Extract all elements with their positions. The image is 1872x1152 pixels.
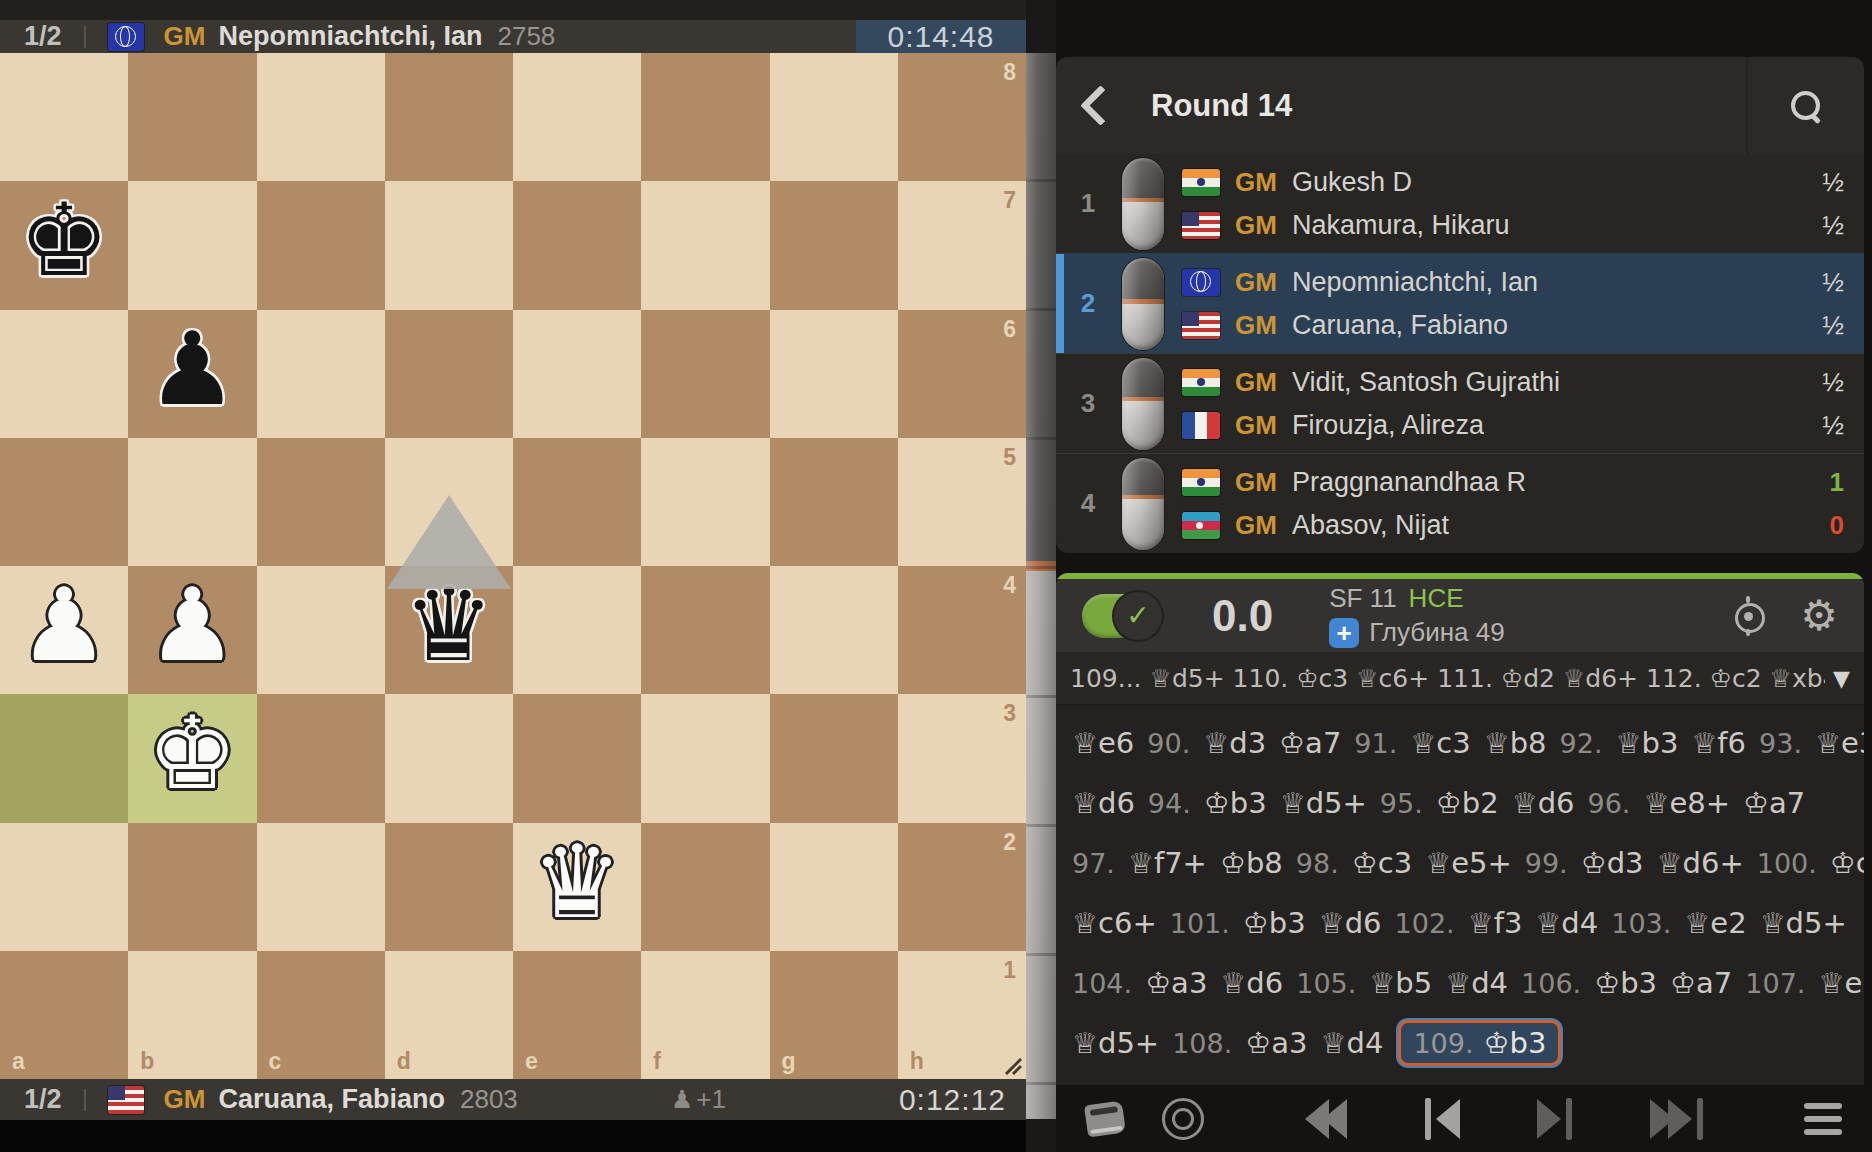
game-result: 0 <box>1830 504 1844 547</box>
move-number: 109. <box>1413 1028 1473 1059</box>
move-list: ♕e690.♕d3♔a791.♕c3♕b892.♕b3♕f693.♕e3♕d69… <box>1056 705 1864 1085</box>
player-title: GM <box>1235 167 1277 198</box>
game-row-1[interactable]: 1GMGukesh DGMNakamura, Hikaru½½ <box>1056 154 1864 253</box>
square-e5[interactable] <box>513 438 641 566</box>
move-san[interactable]: ♕d5+ <box>1760 906 1847 940</box>
chevron-down-icon[interactable]: ▼ <box>1833 666 1850 691</box>
move-san[interactable]: ♕d6 <box>1072 786 1135 820</box>
white-queen-e2[interactable]: ♛ <box>532 832 623 933</box>
move-number: 105. <box>1296 968 1356 999</box>
square-a4[interactable]: ♟ <box>0 566 128 694</box>
round-header: Round 14 <box>1056 57 1864 154</box>
bottom-player-rating: 2803 <box>460 1084 518 1115</box>
move-number: 108. <box>1172 1028 1232 1059</box>
move-san[interactable]: ♕e2 <box>1818 966 1864 1000</box>
move-number: 98. <box>1296 848 1339 879</box>
player-title: GM <box>1235 467 1277 498</box>
square-e3[interactable] <box>513 694 641 822</box>
square-e2[interactable]: ♛ <box>513 823 641 951</box>
evaluation-bar-track <box>1026 53 1056 1119</box>
square-c6[interactable] <box>257 310 385 438</box>
square-d1[interactable]: d <box>385 951 513 1079</box>
square-f5[interactable] <box>641 438 769 566</box>
rank-label-6: 6 <box>1003 316 1016 343</box>
move-number: 101. <box>1170 908 1230 939</box>
square-h3[interactable]: 3 <box>898 694 1026 822</box>
us-flag-icon <box>1182 312 1220 339</box>
square-e7[interactable] <box>513 181 641 309</box>
move-san[interactable]: ♔a7 <box>1743 786 1805 820</box>
file-label-a: a <box>12 1048 25 1075</box>
opening-book-icon[interactable] <box>1084 1100 1126 1137</box>
move-san[interactable]: ♕d4 <box>1535 906 1598 940</box>
square-a7[interactable]: ♚ <box>0 181 128 309</box>
top-player-score: 1/2 <box>24 21 62 52</box>
engine-line-text: 109... ♕d5+ 110. ♔c3 ♕c6+ 111. ♔d2 ♕d6+ … <box>1070 664 1825 693</box>
move-san[interactable]: ♔a7 <box>1670 966 1732 1000</box>
move-line-2: ♕d694.♔b3♕d5+95.♔b2♕d696.♕e8+♔a7 <box>1072 773 1848 833</box>
divider <box>84 1089 86 1111</box>
player-name: Vidit, Santosh Gujrathi <box>1292 367 1560 398</box>
move-line-3: 97.♕f7+♔b898.♔c3♕e5+99.♔d3♕d6+100.♔c4 <box>1072 833 1848 893</box>
black-queen-d4[interactable]: ♛ <box>404 576 495 677</box>
previous-move-button[interactable] <box>1425 1098 1460 1140</box>
bottom-player-clock: 0:12:12 <box>879 1079 1026 1120</box>
top-player-name: Nepomniachtchi, Ian <box>218 21 482 52</box>
square-a2[interactable] <box>0 823 128 951</box>
rank-label-7: 7 <box>1003 187 1016 214</box>
round-panel: Round 14 1GMGukesh DGMNakamura, Hikaru½½… <box>1056 57 1864 553</box>
move-number: 95. <box>1380 788 1423 819</box>
square-c4[interactable] <box>257 566 385 694</box>
move-line-4: ♕c6+101.♔b3♕d6102.♕f3♕d4103.♕e2♕d5+ <box>1072 893 1848 953</box>
move-san[interactable]: ♕d5+ <box>1072 1026 1159 1060</box>
square-f7[interactable] <box>641 181 769 309</box>
mini-eval-capsule <box>1122 158 1164 250</box>
bottom-toolbar <box>1056 1085 1872 1152</box>
move-san[interactable]: ♕d4 <box>1445 966 1508 1000</box>
square-g2[interactable] <box>770 823 898 951</box>
move-san[interactable]: ♕d6+ <box>1657 846 1744 880</box>
move-san[interactable]: ♕e3 <box>1815 726 1864 760</box>
broadcast-app: 1/2 GM Nepomniachtchi, Ian 2758 0:14:48 … <box>0 0 1872 1152</box>
square-f3[interactable] <box>641 694 769 822</box>
round-title: Round 14 <box>1151 88 1292 124</box>
top-player-rating: 2758 <box>497 21 555 52</box>
analysis-panel: ✓ 0.0 SF 11 HCE + Глубина 49 <box>1056 573 1864 1085</box>
engine-meta: SF 11 HCE + Глубина 49 <box>1329 583 1504 648</box>
bottom-player-score: 1/2 <box>24 1084 62 1115</box>
engine-name: SF 11 <box>1329 583 1396 614</box>
back-icon[interactable] <box>1080 85 1121 126</box>
chess-board[interactable]: 8♚7♟65♟♟♛4♚3♛2abcdefg1h <box>0 53 1026 1079</box>
square-h4[interactable]: 4 <box>898 566 1026 694</box>
game-player-line: GMPraggnanandhaa R <box>1182 461 1804 504</box>
engine-line-row[interactable]: 109... ♕d5+ 110. ♔c3 ♕c6+ 111. ♔d2 ♕d6+ … <box>1056 652 1864 705</box>
player-title: GM <box>1235 367 1277 398</box>
file-label-b: b <box>140 1048 154 1075</box>
board-column: 1/2 GM Nepomniachtchi, Ian 2758 0:14:48 … <box>0 0 1026 1152</box>
game-player-line: GMCaruana, Fabiano <box>1182 304 1796 347</box>
top-margin-strip <box>0 0 1026 20</box>
square-c1[interactable]: c <box>257 951 385 1079</box>
square-d6[interactable] <box>385 310 513 438</box>
move-san[interactable]: ♕f6 <box>1691 726 1746 760</box>
bottom-player-bar: 1/2 GM Caruana, Fabiano 2803 ♟ +1 0:12:1… <box>0 1079 1026 1120</box>
move-san[interactable]: ♕e2 <box>1684 906 1746 940</box>
move-san[interactable]: ♔d3 <box>1581 846 1644 880</box>
player-name: Abasov, Nijat <box>1292 510 1449 541</box>
square-g6[interactable] <box>770 310 898 438</box>
depth-plus-icon[interactable]: + <box>1329 618 1359 648</box>
move-san[interactable]: ♔a3 <box>1245 1026 1307 1060</box>
game-result: 1 <box>1830 461 1844 504</box>
player-name: Nepomniachtchi, Ian <box>1292 267 1538 298</box>
move-san[interactable]: ♕f7+ <box>1128 846 1207 880</box>
square-h8[interactable]: 8 <box>898 53 1026 181</box>
move-san[interactable]: ♕d5+ <box>1280 786 1367 820</box>
locate-icon[interactable] <box>1732 596 1766 636</box>
current-move[interactable]: 109.♔b3 <box>1398 1020 1561 1066</box>
square-h5[interactable]: 5 <box>898 438 1026 566</box>
menu-icon[interactable] <box>1804 1103 1842 1135</box>
square-b5[interactable] <box>128 438 256 566</box>
file-label-f: f <box>653 1048 661 1075</box>
rank-label-8: 8 <box>1003 59 1016 86</box>
file-label-e: e <box>525 1048 538 1075</box>
game-result: ½ <box>1822 261 1844 304</box>
move-san[interactable]: ♕d6 <box>1220 966 1283 1000</box>
move-san[interactable]: ♕d3 <box>1203 726 1266 760</box>
move-san[interactable]: ♕d6 <box>1319 906 1382 940</box>
game-result: ½ <box>1822 161 1844 204</box>
player-name: Praggnanandhaa R <box>1292 467 1526 498</box>
square-g4[interactable] <box>770 566 898 694</box>
square-c7[interactable] <box>257 181 385 309</box>
move-san[interactable]: ♔b3 <box>1204 786 1267 820</box>
focus-board-icon[interactable] <box>1162 1098 1204 1140</box>
white-pawn-b4[interactable]: ♟ <box>147 576 238 677</box>
us-flag-icon <box>108 1086 144 1114</box>
game-player-line: GMVidit, Santosh Gujrathi <box>1182 361 1796 404</box>
move-number: 100. <box>1757 848 1817 879</box>
engine-header: ✓ 0.0 SF 11 HCE + Глубина 49 <box>1056 573 1864 652</box>
player-title: GM <box>1235 310 1277 341</box>
game-result: ½ <box>1822 304 1844 347</box>
player-title: GM <box>1235 510 1277 541</box>
rank-label-3: 3 <box>1003 700 1016 727</box>
square-e6[interactable] <box>513 310 641 438</box>
file-label-c: c <box>269 1048 282 1075</box>
in-flag-icon <box>1182 369 1220 396</box>
pawn-icon: ♟ <box>671 1085 693 1114</box>
game-row-4[interactable]: 4GMPraggnanandhaa RGMAbasov, Nijat10 <box>1056 453 1864 553</box>
move-line-6: ♕d5+108.♔a3♕d4109.♔b3 <box>1072 1013 1848 1073</box>
move-san[interactable]: ♕d4 <box>1321 1026 1384 1060</box>
move-number: 91. <box>1354 728 1397 759</box>
move-line-5: 104.♔a3♕d6105.♕b5♕d4106.♔b3♔a7107.♕e2 <box>1072 953 1848 1013</box>
bottom-player-title: GM <box>164 1084 206 1115</box>
square-c5[interactable] <box>257 438 385 566</box>
move-san[interactable]: ♕b3 <box>1616 726 1679 760</box>
move-number: 103. <box>1611 908 1671 939</box>
move-san[interactable]: ♕c3 <box>1410 726 1470 760</box>
square-g1[interactable]: g <box>770 951 898 1079</box>
square-a3[interactable] <box>0 694 128 822</box>
game-number: 2 <box>1072 288 1104 319</box>
top-player-title: GM <box>164 21 206 52</box>
square-d2[interactable] <box>385 823 513 951</box>
move-number: 92. <box>1560 728 1603 759</box>
black-king-a7[interactable]: ♚ <box>19 191 110 292</box>
move-number: 106. <box>1521 968 1581 999</box>
move-san[interactable]: ♕f3 <box>1468 906 1523 940</box>
side-panel: Round 14 1GMGukesh DGMNakamura, Hikaru½½… <box>1056 0 1872 1152</box>
square-a1[interactable]: a <box>0 951 128 1079</box>
player-title: GM <box>1235 267 1277 298</box>
move-san[interactable]: ♕e8+ <box>1643 786 1730 820</box>
game-player-line: GMNakamura, Hikaru <box>1182 204 1796 247</box>
square-g3[interactable] <box>770 694 898 822</box>
engine-arrowhead-d5 <box>387 495 511 589</box>
file-label-d: d <box>397 1048 411 1075</box>
player-name: Gukesh D <box>1292 167 1412 198</box>
move-line-1: ♕e690.♕d3♔a791.♕c3♕b892.♕b3♕f693.♕e3 <box>1072 713 1848 773</box>
fr-flag-icon <box>1182 412 1220 439</box>
square-g8[interactable] <box>770 53 898 181</box>
player-title: GM <box>1235 210 1277 241</box>
game-row-3[interactable]: 3GMVidit, Santosh GujrathiGMFirouzja, Al… <box>1056 353 1864 453</box>
rank-label-5: 5 <box>1003 444 1016 471</box>
game-player-line: GMAbasov, Nijat <box>1182 504 1804 547</box>
file-label-h: h <box>910 1048 924 1075</box>
player-name: Nakamura, Hikaru <box>1292 210 1510 241</box>
white-pawn-a4[interactable]: ♟ <box>19 576 110 677</box>
game-player-line: GMFirouzja, Alireza <box>1182 404 1796 447</box>
move-san[interactable]: ♔a7 <box>1279 726 1341 760</box>
move-san[interactable]: ♔c3 <box>1352 846 1412 880</box>
search-icon <box>1791 91 1821 121</box>
engine-eval: 0.0 <box>1212 591 1273 641</box>
next-move-button[interactable] <box>1537 1098 1572 1140</box>
player-name: Firouzja, Alireza <box>1292 410 1484 441</box>
move-number: 90. <box>1147 728 1190 759</box>
bottom-player-name: Caruana, Fabiano <box>218 1084 445 1115</box>
square-b1[interactable]: b <box>128 951 256 1079</box>
move-san[interactable]: ♔b8 <box>1220 846 1283 880</box>
mini-eval-capsule <box>1122 258 1164 350</box>
material-advantage: ♟ +1 <box>671 1084 726 1115</box>
square-e8[interactable] <box>513 53 641 181</box>
skip-to-start-button[interactable] <box>1305 1099 1347 1139</box>
square-d8[interactable] <box>385 53 513 181</box>
fide-flag-icon <box>108 23 144 51</box>
square-b3[interactable]: ♚ <box>128 694 256 822</box>
square-d3[interactable] <box>385 694 513 822</box>
engine-toggle[interactable]: ✓ <box>1082 594 1158 638</box>
square-g7[interactable] <box>770 181 898 309</box>
board-resize-handle[interactable] <box>1000 1053 1022 1075</box>
game-number: 3 <box>1072 388 1104 419</box>
gear-icon[interactable]: ⚙ <box>1800 595 1838 637</box>
square-h2[interactable]: 2 <box>898 823 1026 951</box>
square-f1[interactable]: f <box>641 951 769 1079</box>
move-number: 99. <box>1525 848 1568 879</box>
player-name: Caruana, Fabiano <box>1292 310 1508 341</box>
skip-to-end-button[interactable] <box>1650 1098 1703 1140</box>
mini-eval-capsule <box>1122 458 1164 550</box>
top-player-clock: 0:14:48 <box>856 20 1026 53</box>
game-result: ½ <box>1822 404 1844 447</box>
az-flag-icon <box>1182 512 1220 539</box>
move-san[interactable]: ♔b3 <box>1484 1026 1547 1060</box>
square-b7[interactable] <box>128 181 256 309</box>
mini-eval-capsule <box>1122 358 1164 450</box>
game-number: 1 <box>1072 188 1104 219</box>
rank-label-4: 4 <box>1003 572 1016 599</box>
move-san[interactable]: ♕d6 <box>1512 786 1575 820</box>
move-san[interactable]: ♕c6+ <box>1072 906 1157 940</box>
square-a8[interactable] <box>0 53 128 181</box>
square-f8[interactable] <box>641 53 769 181</box>
game-row-2[interactable]: 2GMNepomniachtchi, IanGMCaruana, Fabiano… <box>1056 253 1864 353</box>
game-result: ½ <box>1822 204 1844 247</box>
square-h7[interactable]: 7 <box>898 181 1026 309</box>
in-flag-icon <box>1182 169 1220 196</box>
move-san[interactable]: ♔b3 <box>1594 966 1657 1000</box>
square-e4[interactable] <box>513 566 641 694</box>
move-number: 93. <box>1759 728 1802 759</box>
games-list: 1GMGukesh DGMNakamura, Hikaru½½2GMNepomn… <box>1056 154 1864 553</box>
fide-flag-icon <box>1182 269 1220 296</box>
square-a6[interactable] <box>0 310 128 438</box>
evaluation-bar <box>1026 0 1056 1152</box>
us-flag-icon <box>1182 212 1220 239</box>
material-value: +1 <box>696 1084 726 1115</box>
engine-toggle-check-icon: ✓ <box>1114 592 1162 640</box>
in-flag-icon <box>1182 469 1220 496</box>
top-player-bar: 1/2 GM Nepomniachtchi, Ian 2758 0:14:48 <box>0 20 1026 53</box>
move-san[interactable]: ♕b8 <box>1484 726 1547 760</box>
engine-type: HCE <box>1409 583 1464 614</box>
player-title: GM <box>1235 410 1277 441</box>
game-number: 4 <box>1072 488 1104 519</box>
divider <box>84 26 86 48</box>
move-san[interactable]: ♕b5 <box>1369 966 1432 1000</box>
square-d7[interactable] <box>385 181 513 309</box>
search-button[interactable] <box>1748 57 1864 154</box>
move-number: 97. <box>1072 848 1115 879</box>
square-c8[interactable] <box>257 53 385 181</box>
square-f6[interactable] <box>641 310 769 438</box>
game-player-line: GMGukesh D <box>1182 161 1796 204</box>
move-san[interactable]: ♕e6 <box>1072 726 1134 760</box>
square-b2[interactable] <box>128 823 256 951</box>
square-f2[interactable] <box>641 823 769 951</box>
square-g5[interactable] <box>770 438 898 566</box>
move-san[interactable]: ♔c4 <box>1830 846 1864 880</box>
black-pawn-b6[interactable]: ♟ <box>147 319 238 420</box>
rank-label-2: 2 <box>1003 829 1016 856</box>
bottom-margin-strip <box>0 1120 1026 1152</box>
square-f4[interactable] <box>641 566 769 694</box>
square-b4[interactable]: ♟ <box>128 566 256 694</box>
engine-depth: Глубина 49 <box>1369 617 1504 648</box>
move-number: 94. <box>1148 788 1191 819</box>
move-number: 96. <box>1588 788 1631 819</box>
move-number: 107. <box>1745 968 1805 999</box>
square-a5[interactable] <box>0 438 128 566</box>
square-b8[interactable] <box>128 53 256 181</box>
move-san[interactable]: ♔b2 <box>1436 786 1499 820</box>
move-san[interactable]: ♔b3 <box>1243 906 1306 940</box>
square-c2[interactable] <box>257 823 385 951</box>
move-number: 102. <box>1395 908 1455 939</box>
panel-gap <box>1056 553 1872 573</box>
move-san[interactable]: ♕e5+ <box>1425 846 1512 880</box>
square-e1[interactable]: e <box>513 951 641 1079</box>
panel-top-gap <box>1056 0 1872 57</box>
square-c3[interactable] <box>257 694 385 822</box>
square-h6[interactable]: 6 <box>898 310 1026 438</box>
move-number: 104. <box>1072 968 1132 999</box>
game-result: ½ <box>1822 361 1844 404</box>
rank-label-1: 1 <box>1003 957 1016 984</box>
white-king-b3[interactable]: ♚ <box>147 704 238 805</box>
file-label-g: g <box>782 1048 796 1075</box>
game-player-line: GMNepomniachtchi, Ian <box>1182 261 1796 304</box>
square-b6[interactable]: ♟ <box>128 310 256 438</box>
move-san[interactable]: ♔a3 <box>1145 966 1207 1000</box>
